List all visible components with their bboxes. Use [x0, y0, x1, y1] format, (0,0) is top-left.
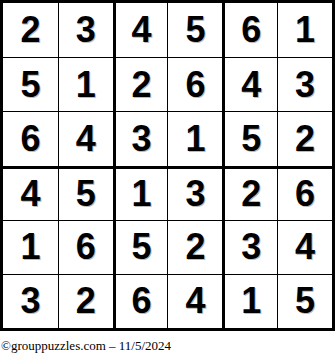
cell-r3c5: 5: [222, 111, 277, 165]
cell-r5c5: 3: [222, 220, 277, 274]
cell-r3c6: 2: [277, 111, 332, 165]
cell-r5c3: 5: [113, 220, 168, 274]
cell-r6c5: 1: [222, 274, 277, 328]
cell-r5c1: 1: [3, 220, 58, 274]
cell-r4c4: 3: [167, 166, 222, 220]
cell-r5c6: 4: [277, 220, 332, 274]
cell-r3c1: 6: [3, 111, 58, 165]
cell-r6c3: 6: [113, 274, 168, 328]
cell-r4c2: 5: [58, 166, 113, 220]
cell-r6c6: 5: [277, 274, 332, 328]
cell-r5c4: 2: [167, 220, 222, 274]
footer-credit: ©grouppuzzles.com – 11/5/2024: [1, 338, 171, 354]
cell-r5c2: 6: [58, 220, 113, 274]
cell-r1c6: 1: [277, 3, 332, 57]
cell-r1c5: 6: [222, 3, 277, 57]
cell-r2c3: 2: [113, 57, 168, 111]
cell-r1c3: 4: [113, 3, 168, 57]
cell-r3c2: 4: [58, 111, 113, 165]
cell-r1c4: 5: [167, 3, 222, 57]
cell-r6c4: 4: [167, 274, 222, 328]
cell-r3c4: 1: [167, 111, 222, 165]
cell-r3c3: 3: [113, 111, 168, 165]
cell-r2c6: 3: [277, 57, 332, 111]
cell-r2c2: 1: [58, 57, 113, 111]
cell-r4c5: 2: [222, 166, 277, 220]
cell-r6c1: 3: [3, 274, 58, 328]
sudoku-grid: 234561512643643152451326165234326415: [0, 0, 335, 331]
cell-r2c1: 5: [3, 57, 58, 111]
puzzle-page: 234561512643643152451326165234326415 ©gr…: [0, 0, 335, 357]
cell-r2c4: 6: [167, 57, 222, 111]
cell-r1c1: 2: [3, 3, 58, 57]
cell-r2c5: 4: [222, 57, 277, 111]
cell-r4c3: 1: [113, 166, 168, 220]
cell-r1c2: 3: [58, 3, 113, 57]
cell-r4c6: 6: [277, 166, 332, 220]
cell-r6c2: 2: [58, 274, 113, 328]
cell-r4c1: 4: [3, 166, 58, 220]
